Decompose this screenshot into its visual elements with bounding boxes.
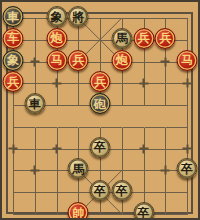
piece-black-chariot[interactable]: 車	[24, 93, 45, 114]
piece-black-general[interactable]: 將	[68, 6, 89, 27]
piece-red-chariot[interactable]: 车	[3, 28, 24, 49]
piece-red-soldier[interactable]: 兵	[3, 71, 24, 92]
piece-black-chariot[interactable]: 車	[3, 6, 24, 27]
piece-black-cannon[interactable]: 砲	[90, 93, 111, 114]
piece-black-horse[interactable]: 馬	[111, 28, 132, 49]
xiangqi-app-screen: 車象將车炮馬兵兵象马兵炮马兵兵車砲卒馬卒卒卒帥卒	[0, 0, 200, 220]
pieces-layer: 車象將车炮馬兵兵象马兵炮马兵兵車砲卒馬卒卒卒帥卒	[13, 18, 187, 214]
piece-black-soldier[interactable]: 卒	[177, 158, 198, 179]
piece-black-soldier[interactable]: 卒	[111, 180, 132, 201]
piece-black-elephant[interactable]: 象	[3, 50, 24, 71]
piece-black-elephant[interactable]: 象	[46, 6, 67, 27]
piece-red-general[interactable]: 帥	[68, 202, 89, 220]
piece-red-cannon[interactable]: 炮	[111, 50, 132, 71]
piece-red-horse[interactable]: 马	[177, 50, 198, 71]
piece-red-soldier[interactable]: 兵	[155, 28, 176, 49]
piece-red-cannon[interactable]: 炮	[46, 28, 67, 49]
piece-red-horse[interactable]: 马	[46, 50, 67, 71]
piece-black-horse[interactable]: 馬	[68, 158, 89, 179]
piece-black-soldier[interactable]: 卒	[133, 202, 154, 220]
piece-black-soldier[interactable]: 卒	[90, 137, 111, 158]
piece-red-soldier[interactable]: 兵	[133, 28, 154, 49]
piece-red-soldier[interactable]: 兵	[68, 50, 89, 71]
piece-red-soldier[interactable]: 兵	[90, 71, 111, 92]
piece-black-soldier[interactable]: 卒	[90, 180, 111, 201]
